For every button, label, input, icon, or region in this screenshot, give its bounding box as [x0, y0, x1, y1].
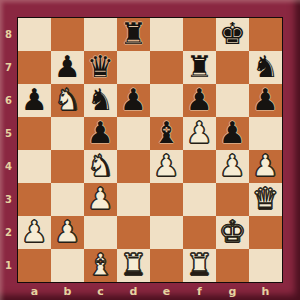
square-f6[interactable]: ♟	[183, 84, 216, 117]
file-label-d: d	[117, 282, 150, 300]
square-f2[interactable]	[183, 216, 216, 249]
rank-label-1: 1	[0, 249, 17, 282]
white-knight-c4: ♞	[87, 150, 114, 182]
square-c1[interactable]: ♝	[84, 249, 117, 282]
square-h7[interactable]: ♞	[249, 51, 282, 84]
square-a3[interactable]	[18, 183, 51, 216]
black-king-g8: ♚	[219, 18, 246, 50]
black-bishop-e5: ♝	[153, 117, 180, 149]
square-h6[interactable]: ♟	[249, 84, 282, 117]
square-c8[interactable]	[84, 18, 117, 51]
square-b1[interactable]	[51, 249, 84, 282]
rank-label-3: 3	[0, 183, 17, 216]
rank-label-7: 7	[0, 51, 17, 84]
square-h1[interactable]	[249, 249, 282, 282]
black-rook-f7: ♜	[186, 51, 213, 83]
white-pawn-g4: ♟	[219, 150, 246, 182]
square-a1[interactable]	[18, 249, 51, 282]
black-rook-d8: ♜	[120, 18, 147, 50]
square-d3[interactable]	[117, 183, 150, 216]
square-d6[interactable]: ♟	[117, 84, 150, 117]
square-f1[interactable]: ♜	[183, 249, 216, 282]
square-g2[interactable]: ♚	[216, 216, 249, 249]
square-d5[interactable]	[117, 117, 150, 150]
white-rook-d1: ♜	[120, 249, 147, 281]
square-h3[interactable]: ♛	[249, 183, 282, 216]
square-c5[interactable]: ♟	[84, 117, 117, 150]
square-g6[interactable]	[216, 84, 249, 117]
square-c6[interactable]: ♞	[84, 84, 117, 117]
black-pawn-c5: ♟	[87, 117, 114, 149]
square-f5[interactable]: ♟	[183, 117, 216, 150]
rank-label-2: 2	[0, 216, 17, 249]
square-d4[interactable]	[117, 150, 150, 183]
black-pawn-a6: ♟	[21, 84, 48, 116]
square-e8[interactable]	[150, 18, 183, 51]
square-a5[interactable]	[18, 117, 51, 150]
rank-label-8: 8	[0, 18, 17, 51]
square-h2[interactable]	[249, 216, 282, 249]
black-pawn-d6: ♟	[120, 84, 147, 116]
board: ♜♚♟♛♜♞♟♞♞♟♟♟♟♝♟♟♞♟♟♟♟♛♟♟♚♝♜♜	[17, 17, 283, 283]
square-c3[interactable]: ♟	[84, 183, 117, 216]
square-e1[interactable]	[150, 249, 183, 282]
square-a2[interactable]: ♟	[18, 216, 51, 249]
square-g3[interactable]	[216, 183, 249, 216]
square-f7[interactable]: ♜	[183, 51, 216, 84]
square-e2[interactable]	[150, 216, 183, 249]
square-b3[interactable]	[51, 183, 84, 216]
white-pawn-e4: ♟	[153, 150, 180, 182]
white-rook-f1: ♜	[186, 249, 213, 281]
square-g8[interactable]: ♚	[216, 18, 249, 51]
square-e3[interactable]	[150, 183, 183, 216]
square-g4[interactable]: ♟	[216, 150, 249, 183]
square-b7[interactable]: ♟	[51, 51, 84, 84]
black-queen-c7: ♛	[87, 51, 114, 83]
square-g7[interactable]	[216, 51, 249, 84]
square-c2[interactable]	[84, 216, 117, 249]
square-g1[interactable]	[216, 249, 249, 282]
file-label-f: f	[183, 282, 216, 300]
black-pawn-b7: ♟	[54, 51, 81, 83]
square-d1[interactable]: ♜	[117, 249, 150, 282]
square-b4[interactable]	[51, 150, 84, 183]
white-knight-b6: ♞	[54, 84, 81, 116]
black-pawn-f6: ♟	[186, 84, 213, 116]
rank-label-6: 6	[0, 84, 17, 117]
file-label-c: c	[84, 282, 117, 300]
black-pawn-h6: ♟	[252, 84, 279, 116]
square-h5[interactable]	[249, 117, 282, 150]
file-label-h: h	[249, 282, 282, 300]
rank-label-4: 4	[0, 150, 17, 183]
black-pawn-g5: ♟	[219, 117, 246, 149]
square-d2[interactable]	[117, 216, 150, 249]
black-knight-c6: ♞	[87, 84, 114, 116]
file-label-a: a	[18, 282, 51, 300]
file-labels: abcdefgh	[18, 282, 282, 300]
white-pawn-b2: ♟	[54, 216, 81, 248]
square-e4[interactable]: ♟	[150, 150, 183, 183]
black-knight-h7: ♞	[252, 51, 279, 83]
square-b8[interactable]	[51, 18, 84, 51]
white-queen-h3: ♛	[252, 183, 279, 215]
white-king-g2: ♚	[219, 216, 246, 248]
square-e6[interactable]	[150, 84, 183, 117]
white-pawn-h4: ♟	[252, 150, 279, 182]
square-f4[interactable]	[183, 150, 216, 183]
square-a8[interactable]	[18, 18, 51, 51]
square-h8[interactable]	[249, 18, 282, 51]
square-a7[interactable]	[18, 51, 51, 84]
file-label-b: b	[51, 282, 84, 300]
file-label-e: e	[150, 282, 183, 300]
square-b2[interactable]: ♟	[51, 216, 84, 249]
rank-labels: 87654321	[0, 18, 17, 282]
white-pawn-c3: ♟	[87, 183, 114, 215]
square-b6[interactable]: ♞	[51, 84, 84, 117]
rank-label-5: 5	[0, 117, 17, 150]
square-f8[interactable]	[183, 18, 216, 51]
square-e5[interactable]: ♝	[150, 117, 183, 150]
square-b5[interactable]	[51, 117, 84, 150]
file-label-g: g	[216, 282, 249, 300]
white-pawn-a2: ♟	[21, 216, 48, 248]
white-bishop-c1: ♝	[87, 249, 114, 281]
square-e7[interactable]	[150, 51, 183, 84]
square-f3[interactable]	[183, 183, 216, 216]
square-a4[interactable]	[18, 150, 51, 183]
square-d7[interactable]	[117, 51, 150, 84]
white-pawn-f5: ♟	[186, 117, 213, 149]
square-d8[interactable]: ♜	[117, 18, 150, 51]
square-c7[interactable]: ♛	[84, 51, 117, 84]
board-frame: 87654321 ♜♚♟♛♜♞♟♞♞♟♟♟♟♝♟♟♞♟♟♟♟♛♟♟♚♝♜♜ ab…	[0, 0, 300, 300]
square-h4[interactable]: ♟	[249, 150, 282, 183]
square-g5[interactable]: ♟	[216, 117, 249, 150]
square-c4[interactable]: ♞	[84, 150, 117, 183]
square-a6[interactable]: ♟	[18, 84, 51, 117]
